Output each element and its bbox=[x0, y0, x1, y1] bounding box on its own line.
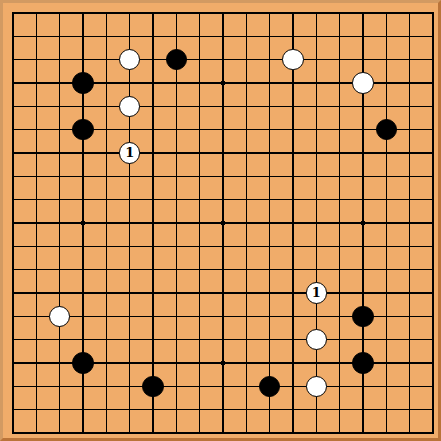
black-stone bbox=[259, 376, 281, 398]
grid-line-vertical bbox=[432, 12, 433, 433]
grid-line-vertical bbox=[269, 12, 270, 433]
grid-line-vertical bbox=[246, 12, 247, 433]
grid-line-vertical bbox=[292, 12, 293, 433]
go-board: 11 bbox=[0, 0, 441, 441]
black-stone bbox=[72, 72, 94, 94]
white-stone bbox=[49, 306, 71, 328]
black-stone bbox=[72, 352, 94, 374]
stone-label: 1 bbox=[125, 146, 134, 159]
star-point bbox=[221, 81, 226, 86]
white-stone bbox=[282, 49, 304, 71]
grid-line-horizontal bbox=[12, 269, 433, 270]
white-stone bbox=[119, 49, 141, 71]
white-stone bbox=[306, 376, 328, 398]
white-stone bbox=[119, 96, 141, 118]
black-stone bbox=[352, 352, 374, 374]
grid-line-vertical bbox=[386, 12, 387, 433]
star-point bbox=[221, 361, 226, 366]
grid-line-vertical bbox=[409, 12, 410, 433]
grid-line-vertical bbox=[339, 12, 340, 433]
star-point bbox=[81, 221, 86, 226]
black-stone bbox=[72, 119, 94, 141]
white-stone: 1 bbox=[306, 282, 328, 304]
grid-line-horizontal bbox=[12, 432, 433, 433]
grid-line-vertical bbox=[316, 12, 317, 433]
star-point bbox=[361, 221, 366, 226]
black-stone bbox=[376, 119, 398, 141]
white-stone: 1 bbox=[119, 142, 141, 164]
grid-line-horizontal bbox=[12, 339, 433, 340]
star-point bbox=[221, 221, 226, 226]
grid-line-horizontal bbox=[12, 409, 433, 410]
black-stone bbox=[352, 306, 374, 328]
white-stone bbox=[352, 72, 374, 94]
board-grid: 11 bbox=[13, 13, 433, 433]
grid-line-horizontal bbox=[12, 386, 433, 387]
black-stone bbox=[166, 49, 188, 71]
stone-label: 1 bbox=[312, 286, 321, 299]
grid-line-horizontal bbox=[12, 246, 433, 247]
black-stone bbox=[142, 376, 164, 398]
white-stone bbox=[306, 329, 328, 351]
grid-line-horizontal bbox=[12, 292, 433, 293]
